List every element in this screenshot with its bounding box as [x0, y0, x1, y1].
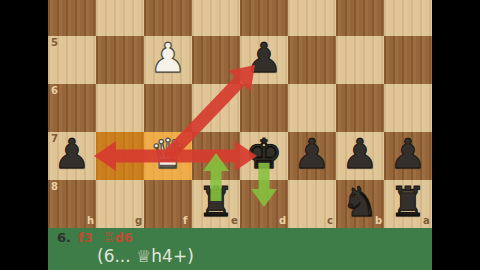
black-pawn-c7[interactable]: ♟ — [294, 134, 331, 175]
black-pawn-h7[interactable]: ♟ — [54, 134, 91, 175]
square-g4[interactable] — [96, 0, 144, 36]
black-pawn-d5[interactable]: ♟ — [246, 38, 283, 79]
black-rook-a8[interactable]: ♜ — [390, 182, 427, 223]
white-move: f3 — [78, 230, 93, 245]
square-f6[interactable] — [144, 84, 192, 132]
square-g7[interactable] — [96, 132, 144, 180]
variation-text: (6... ♕h4+) — [97, 246, 432, 266]
square-g6[interactable] — [96, 84, 144, 132]
square-a5[interactable] — [384, 36, 432, 84]
white-pawn-f5[interactable]: ♟ — [150, 38, 187, 79]
black-pawn-a7[interactable]: ♟ — [390, 134, 427, 175]
last-move-highlight — [96, 132, 144, 180]
square-c8[interactable] — [288, 180, 336, 228]
square-e4[interactable] — [192, 0, 240, 36]
black-rook-e8[interactable]: ♜ — [198, 182, 235, 223]
square-d8[interactable] — [240, 180, 288, 228]
caption-bar: 6. f3 ♖d6 (6... ♕h4+) — [48, 228, 432, 270]
square-e5[interactable] — [192, 36, 240, 84]
black-king-d7[interactable]: ♚ — [246, 134, 283, 175]
square-c6[interactable] — [288, 84, 336, 132]
video-frame: 5678hgfedcba♟♟♟♛♚♟♟♟♜♞♜ 6. f3 ♖d6 (6... … — [0, 0, 480, 270]
square-h6[interactable] — [48, 84, 96, 132]
mainline-move-row: 6. f3 ♖d6 — [57, 230, 432, 245]
square-a4[interactable] — [384, 0, 432, 36]
square-g5[interactable] — [96, 36, 144, 84]
square-h8[interactable] — [48, 180, 96, 228]
square-b6[interactable] — [336, 84, 384, 132]
move-number: 6. — [57, 230, 71, 245]
square-c5[interactable] — [288, 36, 336, 84]
chess-board: 5678hgfedcba♟♟♟♛♚♟♟♟♜♞♜ — [48, 0, 432, 228]
black-pawn-b7[interactable]: ♟ — [342, 134, 379, 175]
square-f8[interactable] — [144, 180, 192, 228]
square-g8[interactable] — [96, 180, 144, 228]
square-a6[interactable] — [384, 84, 432, 132]
white-queen-f7[interactable]: ♛ — [150, 134, 187, 175]
square-e7[interactable] — [192, 132, 240, 180]
square-d6[interactable] — [240, 84, 288, 132]
black-move: ♖d6 — [103, 230, 133, 245]
square-h4[interactable] — [48, 0, 96, 36]
square-c4[interactable] — [288, 0, 336, 36]
square-d4[interactable] — [240, 0, 288, 36]
square-e6[interactable] — [192, 84, 240, 132]
square-b4[interactable] — [336, 0, 384, 36]
black-knight-b8[interactable]: ♞ — [342, 182, 379, 223]
square-b5[interactable] — [336, 36, 384, 84]
square-f4[interactable] — [144, 0, 192, 36]
square-h5[interactable] — [48, 36, 96, 84]
